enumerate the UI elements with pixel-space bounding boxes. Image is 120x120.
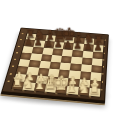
square-h4 [91, 65, 102, 73]
square-a5 [20, 52, 32, 60]
square-g4 [80, 64, 91, 72]
chess-board: ♜♞♝♛♚♝♞♜♟♟♟♟♟♟♟♟♟♟♟♟♟♟♟♟♜♞♝♛♚♝♞♜ [1, 28, 109, 102]
square-f3 [69, 71, 81, 79]
square-h2: ♟ [89, 80, 101, 89]
square-g1: ♞ [78, 87, 90, 96]
square-a1: ♜ [12, 81, 25, 90]
square-d4 [49, 62, 61, 70]
square-h5 [92, 58, 103, 66]
square-h1: ♜ [89, 88, 101, 97]
chess-set-photo: ♜♞♝♛♚♝♞♜♟♟♟♟♟♟♟♟♟♟♟♟♟♟♟♟♜♞♝♛♚♝♞♜ [0, 0, 120, 120]
board-grid: ♜♞♝♛♚♝♞♜♟♟♟♟♟♟♟♟♟♟♟♟♟♟♟♟♜♞♝♛♚♝♞♜ [11, 33, 105, 98]
square-d5 [51, 55, 62, 63]
